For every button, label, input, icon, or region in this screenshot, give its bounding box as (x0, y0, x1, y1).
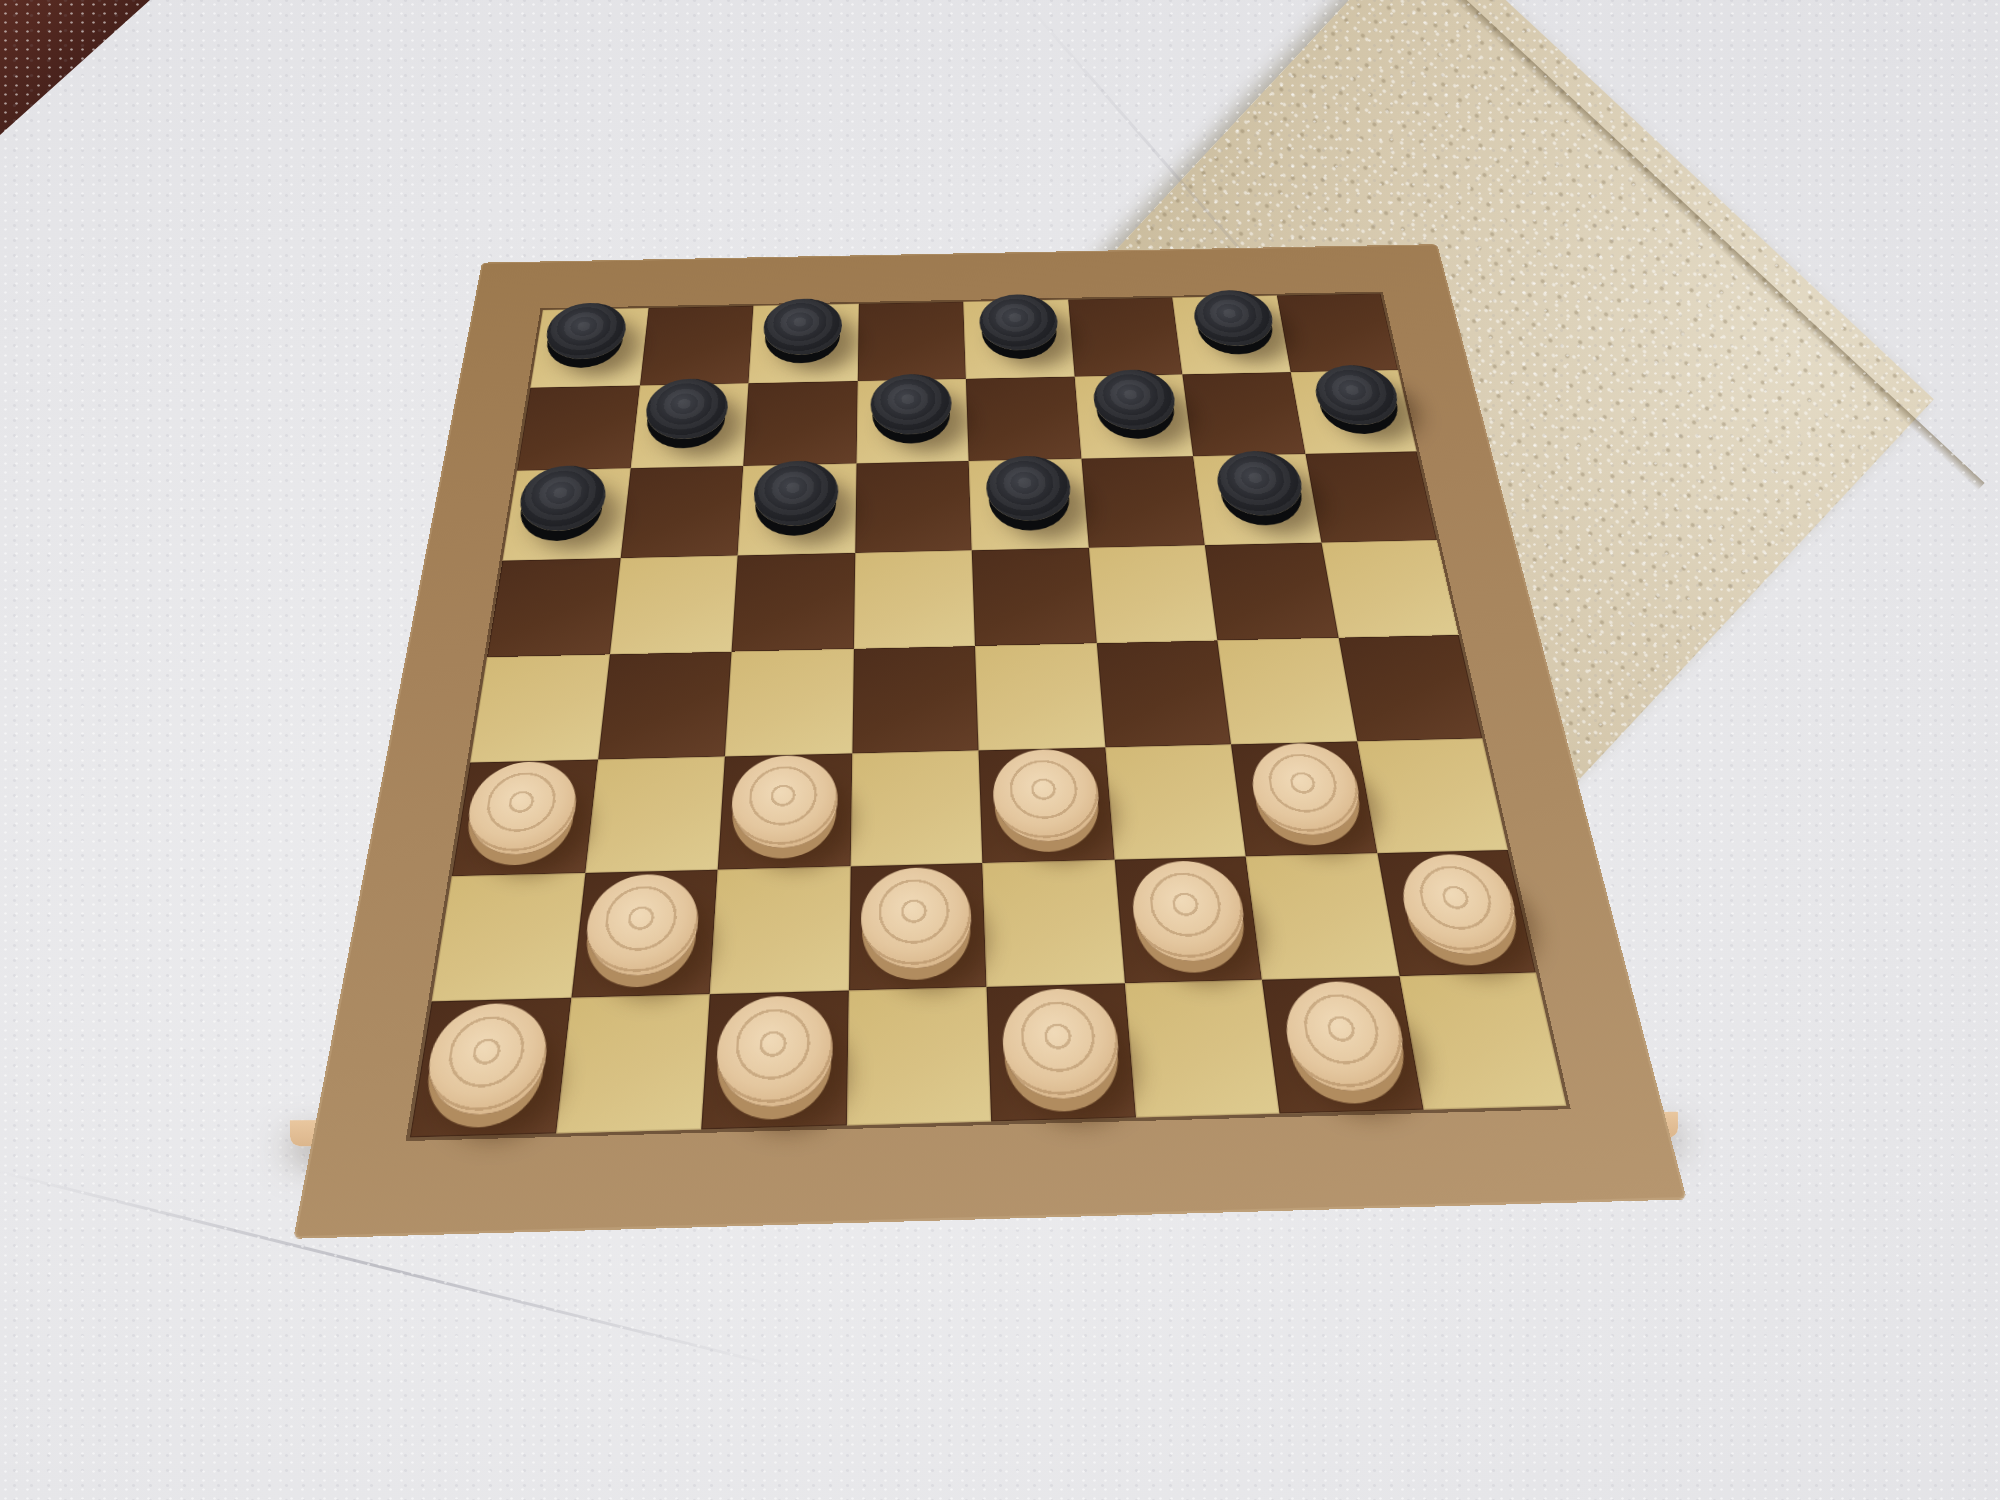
square-r5c4[interactable] (852, 646, 979, 753)
checker-piece-light[interactable] (729, 755, 838, 850)
checker-piece-dark[interactable] (762, 298, 843, 356)
checker-piece-light[interactable] (1280, 981, 1411, 1093)
square-r7c7[interactable] (1246, 853, 1399, 979)
checker-piece-light[interactable] (1247, 742, 1366, 836)
square-r1c1[interactable] (530, 308, 648, 388)
square-r2c3[interactable] (743, 381, 857, 466)
square-r5c6[interactable] (1096, 640, 1231, 747)
square-r6c6[interactable] (1105, 744, 1246, 860)
square-r5c3[interactable] (725, 649, 853, 756)
square-r4c4[interactable] (853, 550, 975, 649)
square-r6c3[interactable] (718, 753, 852, 870)
square-r4c1[interactable] (487, 558, 620, 657)
square-r4c8[interactable] (1321, 540, 1459, 638)
checker-piece-dark[interactable] (1091, 369, 1178, 431)
checker-piece-light[interactable] (1129, 860, 1249, 962)
checker-piece-dark[interactable] (871, 374, 953, 436)
square-r3c4[interactable] (855, 461, 972, 552)
checker-piece-light[interactable] (421, 1002, 552, 1116)
square-r7c8[interactable] (1377, 850, 1536, 976)
square-r2c7[interactable] (1182, 372, 1305, 456)
square-r8c3[interactable] (701, 990, 848, 1129)
square-r8c1[interactable] (410, 997, 571, 1137)
square-r8c5[interactable] (987, 983, 1136, 1122)
checker-piece-light[interactable] (582, 873, 702, 977)
square-r3c3[interactable] (738, 463, 856, 555)
checker-piece-dark[interactable] (1311, 365, 1404, 426)
square-r2c6[interactable] (1074, 374, 1193, 459)
square-r4c5[interactable] (972, 547, 1097, 646)
square-r6c8[interactable] (1357, 738, 1508, 853)
square-r8c2[interactable] (556, 994, 710, 1134)
square-r1c2[interactable] (640, 306, 754, 385)
square-r2c4[interactable] (856, 379, 969, 464)
checker-piece-light[interactable] (1001, 988, 1122, 1101)
checker-piece-dark[interactable] (1213, 450, 1307, 516)
square-r7c5[interactable] (982, 860, 1124, 987)
square-r7c6[interactable] (1114, 856, 1262, 982)
square-r6c2[interactable] (585, 756, 725, 873)
square-r8c6[interactable] (1124, 979, 1279, 1117)
square-r3c1[interactable] (503, 468, 631, 560)
checker-piece-dark[interactable] (985, 455, 1073, 521)
square-r6c5[interactable] (979, 747, 1115, 863)
square-r3c8[interactable] (1305, 452, 1437, 543)
square-r2c5[interactable] (966, 376, 1081, 461)
square-r1c8[interactable] (1277, 293, 1398, 371)
square-r5c2[interactable] (598, 652, 732, 760)
checker-piece-light[interactable] (462, 761, 581, 856)
square-r4c7[interactable] (1205, 542, 1338, 640)
square-r4c3[interactable] (732, 553, 855, 652)
square-r7c3[interactable] (710, 866, 850, 993)
board-grid (406, 292, 1571, 1141)
square-r6c1[interactable] (452, 759, 598, 876)
square-r3c2[interactable] (620, 466, 743, 558)
checker-piece-dark[interactable] (1190, 289, 1276, 346)
square-r2c1[interactable] (517, 385, 640, 470)
square-r1c5[interactable] (963, 300, 1074, 379)
square-r5c5[interactable] (975, 643, 1105, 750)
square-r5c1[interactable] (470, 654, 609, 762)
square-r3c6[interactable] (1081, 456, 1205, 547)
square-r7c4[interactable] (848, 863, 986, 990)
square-r8c7[interactable] (1262, 976, 1423, 1114)
square-r2c8[interactable] (1290, 370, 1416, 454)
square-r7c1[interactable] (432, 873, 585, 1001)
board-perspective-scene (0, 0, 2000, 1500)
square-r8c8[interactable] (1399, 972, 1566, 1110)
checker-piece-light[interactable] (1395, 853, 1524, 955)
checker-piece-light[interactable] (991, 749, 1101, 843)
square-r1c3[interactable] (749, 304, 859, 383)
checkers-board-frame (293, 244, 1687, 1239)
checker-piece-light[interactable] (714, 995, 834, 1108)
square-r7c2[interactable] (571, 870, 718, 998)
square-r4c2[interactable] (609, 555, 737, 654)
square-r4c6[interactable] (1088, 545, 1217, 643)
checker-piece-dark[interactable] (978, 294, 1059, 351)
square-r3c7[interactable] (1193, 454, 1321, 545)
square-r1c6[interactable] (1068, 298, 1182, 377)
square-r1c7[interactable] (1172, 295, 1290, 374)
checker-piece-light[interactable] (861, 866, 973, 969)
square-r5c8[interactable] (1338, 635, 1482, 741)
square-r6c7[interactable] (1231, 741, 1377, 857)
square-r5c7[interactable] (1217, 638, 1356, 744)
square-r3c5[interactable] (969, 459, 1089, 550)
checker-piece-dark[interactable] (515, 465, 609, 532)
square-r6c4[interactable] (850, 750, 982, 866)
checker-piece-dark[interactable] (542, 302, 628, 360)
photo-scene (0, 0, 2000, 1500)
square-r8c4[interactable] (846, 986, 991, 1125)
checker-piece-dark[interactable] (643, 378, 730, 440)
checker-piece-dark[interactable] (752, 460, 839, 527)
square-r2c2[interactable] (630, 383, 748, 468)
square-r1c4[interactable] (857, 302, 966, 381)
